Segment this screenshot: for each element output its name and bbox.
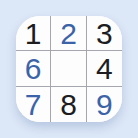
app-icon-background: 1 2 3 6 4 7 8 9 <box>0 0 138 138</box>
cell-r1c2: 2 <box>51 16 86 51</box>
sudoku-app-icon[interactable]: 1 2 3 6 4 7 8 9 <box>16 16 122 122</box>
cell-r3c2: 8 <box>51 87 86 122</box>
cell-r2c1: 6 <box>16 51 51 86</box>
cell-r3c3: 9 <box>87 87 122 122</box>
sudoku-grid: 1 2 3 6 4 7 8 9 <box>16 16 122 122</box>
cell-r1c3: 3 <box>87 16 122 51</box>
cell-r2c3: 4 <box>87 51 122 86</box>
cell-r3c1: 7 <box>16 87 51 122</box>
cell-r1c1: 1 <box>16 16 51 51</box>
cell-r2c2 <box>51 51 86 86</box>
